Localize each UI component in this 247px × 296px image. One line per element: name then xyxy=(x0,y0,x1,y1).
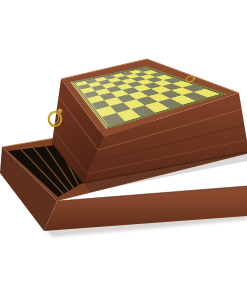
chess-box-product-photo xyxy=(0,0,247,296)
chess-box-scene xyxy=(0,0,247,296)
ring-mount-knob xyxy=(58,109,63,114)
knob-glint xyxy=(59,110,60,111)
